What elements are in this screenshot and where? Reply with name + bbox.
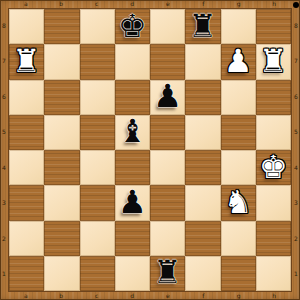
black-bishop[interactable]: ♝ (118, 115, 147, 147)
rank-label-6: 6 (292, 79, 300, 115)
rank-label-8: 8 (292, 8, 300, 44)
chessboard-frame: abcdefgh abcdefgh 87654321 87654321 ♚♜♜♟… (0, 0, 300, 300)
square-g6[interactable] (221, 80, 256, 115)
square-a7[interactable]: ♜ (9, 44, 44, 79)
white-rook[interactable]: ♜ (259, 45, 288, 77)
black-pawn[interactable]: ♟ (153, 80, 182, 112)
square-b1[interactable] (44, 256, 79, 291)
square-g5[interactable] (221, 115, 256, 150)
square-a6[interactable] (9, 80, 44, 115)
file-label-c: c (79, 292, 115, 300)
square-f3[interactable] (185, 185, 220, 220)
square-h2[interactable] (256, 221, 291, 256)
square-e5[interactable] (150, 115, 185, 150)
file-labels-bottom: abcdefgh (8, 292, 292, 300)
square-b4[interactable] (44, 150, 79, 185)
square-f8[interactable]: ♜ (185, 9, 220, 44)
file-label-g: g (221, 292, 257, 300)
square-d4[interactable] (115, 150, 150, 185)
square-h4[interactable]: ♚ (256, 150, 291, 185)
square-d6[interactable] (115, 80, 150, 115)
rank-label-5: 5 (292, 115, 300, 151)
rank-labels-right: 87654321 (292, 8, 300, 292)
file-label-b: b (44, 292, 80, 300)
rank-label-2: 2 (292, 221, 300, 257)
file-label-a: a (8, 292, 44, 300)
file-label-c: c (79, 0, 115, 8)
square-g8[interactable] (221, 9, 256, 44)
square-b5[interactable] (44, 115, 79, 150)
rank-label-5: 5 (0, 115, 8, 151)
white-king[interactable]: ♚ (259, 151, 288, 183)
rank-label-4: 4 (0, 150, 8, 186)
file-label-f: f (186, 292, 222, 300)
square-a4[interactable] (9, 150, 44, 185)
square-f7[interactable] (185, 44, 220, 79)
square-b7[interactable] (44, 44, 79, 79)
file-label-e: e (150, 0, 186, 8)
rank-label-7: 7 (0, 44, 8, 80)
file-label-g: g (221, 0, 257, 8)
square-c6[interactable] (80, 80, 115, 115)
file-label-a: a (8, 0, 44, 8)
black-to-move-indicator (293, 2, 299, 8)
square-b8[interactable] (44, 9, 79, 44)
square-c2[interactable] (80, 221, 115, 256)
square-f4[interactable] (185, 150, 220, 185)
square-e8[interactable] (150, 9, 185, 44)
rank-label-2: 2 (0, 221, 8, 257)
square-g1[interactable] (221, 256, 256, 291)
square-g7[interactable]: ♟ (221, 44, 256, 79)
square-h6[interactable] (256, 80, 291, 115)
black-rook[interactable]: ♜ (153, 256, 182, 288)
square-h3[interactable] (256, 185, 291, 220)
rank-label-6: 6 (0, 79, 8, 115)
rank-label-1: 1 (0, 257, 8, 293)
white-knight[interactable]: ♞ (224, 186, 253, 218)
square-d7[interactable] (115, 44, 150, 79)
rank-label-1: 1 (292, 257, 300, 293)
square-h1[interactable] (256, 256, 291, 291)
rank-label-7: 7 (292, 44, 300, 80)
square-c7[interactable] (80, 44, 115, 79)
file-label-d: d (115, 292, 151, 300)
square-d1[interactable] (115, 256, 150, 291)
white-rook[interactable]: ♜ (12, 45, 41, 77)
black-rook[interactable]: ♜ (189, 10, 218, 42)
square-c4[interactable] (80, 150, 115, 185)
square-b6[interactable] (44, 80, 79, 115)
square-h8[interactable] (256, 9, 291, 44)
square-h5[interactable] (256, 115, 291, 150)
square-c1[interactable] (80, 256, 115, 291)
rank-label-3: 3 (292, 186, 300, 222)
rank-labels-left: 87654321 (0, 8, 8, 292)
square-a3[interactable] (9, 185, 44, 220)
square-a5[interactable] (9, 115, 44, 150)
file-label-h: h (257, 0, 293, 8)
square-d2[interactable] (115, 221, 150, 256)
rank-label-4: 4 (292, 150, 300, 186)
rank-label-3: 3 (0, 186, 8, 222)
black-pawn[interactable]: ♟ (118, 186, 147, 218)
square-g3[interactable]: ♞ (221, 185, 256, 220)
square-f2[interactable] (185, 221, 220, 256)
square-e1[interactable]: ♜ (150, 256, 185, 291)
board: ♚♜♜♟♜♟♝♚♟♞♜ (8, 8, 292, 292)
square-a1[interactable] (9, 256, 44, 291)
rank-label-8: 8 (0, 8, 8, 44)
square-f6[interactable] (185, 80, 220, 115)
square-a8[interactable] (9, 9, 44, 44)
square-c8[interactable] (80, 9, 115, 44)
square-b2[interactable] (44, 221, 79, 256)
square-d3[interactable]: ♟ (115, 185, 150, 220)
square-f1[interactable] (185, 256, 220, 291)
white-pawn[interactable]: ♟ (224, 45, 253, 77)
square-f5[interactable] (185, 115, 220, 150)
square-e6[interactable]: ♟ (150, 80, 185, 115)
square-c5[interactable] (80, 115, 115, 150)
square-e3[interactable] (150, 185, 185, 220)
black-king[interactable]: ♚ (118, 10, 147, 42)
square-g4[interactable] (221, 150, 256, 185)
square-e2[interactable] (150, 221, 185, 256)
square-d8[interactable]: ♚ (115, 9, 150, 44)
square-b3[interactable] (44, 185, 79, 220)
file-label-h: h (257, 292, 293, 300)
square-h7[interactable]: ♜ (256, 44, 291, 79)
square-d5[interactable]: ♝ (115, 115, 150, 150)
square-e7[interactable] (150, 44, 185, 79)
file-labels-top: abcdefgh (8, 0, 292, 8)
file-label-b: b (44, 0, 80, 8)
square-e4[interactable] (150, 150, 185, 185)
square-c3[interactable] (80, 185, 115, 220)
square-a2[interactable] (9, 221, 44, 256)
file-label-e: e (150, 292, 186, 300)
square-g2[interactable] (221, 221, 256, 256)
